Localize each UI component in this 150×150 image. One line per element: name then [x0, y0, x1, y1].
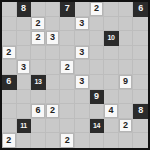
cell-r6-c3[interactable] [46, 90, 61, 105]
cell-r3-c7[interactable] [104, 46, 119, 61]
clue-dark-11-r8-c1[interactable]: 11 [17, 119, 32, 134]
clue-white-2-r7-c3[interactable]: 2 [46, 104, 61, 119]
cell-r5-c6[interactable] [90, 75, 105, 90]
cell-r9-c8[interactable] [119, 133, 134, 148]
cell-r1-c0[interactable] [2, 17, 17, 32]
cell-r1-c3[interactable] [46, 17, 61, 32]
cell-r7-c0[interactable] [2, 104, 17, 119]
cell-r9-c3[interactable] [46, 133, 61, 148]
cell-r3-c2[interactable] [31, 46, 46, 61]
cell-r3-c3[interactable] [46, 46, 61, 61]
cell-r7-c5[interactable] [75, 104, 90, 119]
cell-r0-c0[interactable] [2, 2, 17, 17]
clue-white-9-r5-c8[interactable]: 9 [119, 75, 134, 90]
cell-r6-c9[interactable] [133, 90, 148, 105]
cell-r5-c4[interactable] [60, 75, 75, 90]
cell-r6-c5[interactable] [75, 90, 90, 105]
cell-r0-c5[interactable] [75, 2, 90, 17]
cell-r2-c4[interactable] [60, 31, 75, 46]
clue-white-2-r9-c4[interactable]: 2 [60, 133, 75, 148]
clue-dark-6-r5-c0[interactable]: 6 [2, 75, 17, 90]
clue-white-2-r0-c6[interactable]: 2 [90, 2, 105, 17]
clue-white-3-r1-c5[interactable]: 3 [75, 17, 90, 32]
clue-white-3-r4-c1[interactable]: 3 [17, 60, 32, 75]
cell-r1-c4[interactable] [60, 17, 75, 32]
cell-r8-c5[interactable] [75, 119, 90, 134]
cell-r4-c6[interactable] [90, 60, 105, 75]
cell-r0-c3[interactable] [46, 2, 61, 17]
cell-r0-c7[interactable] [104, 2, 119, 17]
clue-dark-8-r7-c9[interactable]: 8 [133, 104, 148, 119]
cell-r8-c9[interactable] [133, 119, 148, 134]
puzzle-board: 8726232310233261339962481114222 [0, 0, 150, 150]
clue-white-3-r3-c5[interactable]: 3 [75, 46, 90, 61]
cell-r2-c0[interactable] [2, 31, 17, 46]
cell-r8-c7[interactable] [104, 119, 119, 134]
cell-r3-c8[interactable] [119, 46, 134, 61]
cell-r2-c9[interactable] [133, 31, 148, 46]
cell-r6-c2[interactable] [31, 90, 46, 105]
cell-r8-c2[interactable] [31, 119, 46, 134]
cell-r9-c1[interactable] [17, 133, 32, 148]
cell-r4-c2[interactable] [31, 60, 46, 75]
cell-r4-c3[interactable] [46, 60, 61, 75]
clue-white-3-r2-c3[interactable]: 3 [46, 31, 61, 46]
cell-r5-c9[interactable] [133, 75, 148, 90]
cell-r1-c8[interactable] [119, 17, 134, 32]
cell-r4-c8[interactable] [119, 60, 134, 75]
cell-r4-c7[interactable] [104, 60, 119, 75]
clue-white-2-r1-c2[interactable]: 2 [31, 17, 46, 32]
clue-dark-7-r0-c4[interactable]: 7 [60, 2, 75, 17]
cell-r9-c7[interactable] [104, 133, 119, 148]
cell-r7-c1[interactable] [17, 104, 32, 119]
clue-white-2-r9-c0[interactable]: 2 [2, 133, 17, 148]
cell-r6-c1[interactable] [17, 90, 32, 105]
cell-r1-c7[interactable] [104, 17, 119, 32]
cell-r3-c4[interactable] [60, 46, 75, 61]
cell-r4-c0[interactable] [2, 60, 17, 75]
clue-white-2-r3-c0[interactable]: 2 [2, 46, 17, 61]
cell-r5-c1[interactable] [17, 75, 32, 90]
cell-r3-c1[interactable] [17, 46, 32, 61]
cell-r2-c1[interactable] [17, 31, 32, 46]
clue-dark-14-r8-c6[interactable]: 14 [90, 119, 105, 134]
cell-r5-c3[interactable] [46, 75, 61, 90]
puzzle-screenshot: 8726232310233261339962481114222 [0, 0, 150, 150]
cell-r2-c8[interactable] [119, 31, 134, 46]
cell-r0-c2[interactable] [31, 2, 46, 17]
clue-dark-6-r0-c9[interactable]: 6 [133, 2, 148, 17]
cell-r9-c5[interactable] [75, 133, 90, 148]
cell-r7-c4[interactable] [60, 104, 75, 119]
cell-r1-c6[interactable] [90, 17, 105, 32]
cell-r0-c8[interactable] [119, 2, 134, 17]
clue-dark-13-r5-c2[interactable]: 13 [31, 75, 46, 90]
clue-white-2-r2-c2[interactable]: 2 [31, 31, 46, 46]
cell-r9-c2[interactable] [31, 133, 46, 148]
cell-r3-c6[interactable] [90, 46, 105, 61]
cell-r4-c5[interactable] [75, 60, 90, 75]
cell-r6-c7[interactable] [104, 90, 119, 105]
cell-r7-c8[interactable] [119, 104, 134, 119]
cell-r7-c6[interactable] [90, 104, 105, 119]
clue-dark-8-r0-c1[interactable]: 8 [17, 2, 32, 17]
clue-white-4-r7-c7[interactable]: 4 [104, 104, 119, 119]
clue-white-2-r4-c4[interactable]: 2 [60, 60, 75, 75]
cell-r4-c9[interactable] [133, 60, 148, 75]
clue-white-3-r5-c5[interactable]: 3 [75, 75, 90, 90]
cell-r2-c6[interactable] [90, 31, 105, 46]
cell-r8-c4[interactable] [60, 119, 75, 134]
cell-r1-c1[interactable] [17, 17, 32, 32]
cell-r6-c8[interactable] [119, 90, 134, 105]
cell-r8-c0[interactable] [2, 119, 17, 134]
clue-white-6-r7-c2[interactable]: 6 [31, 104, 46, 119]
clue-dark-10-r2-c7[interactable]: 10 [104, 31, 119, 46]
cell-r9-c6[interactable] [90, 133, 105, 148]
cell-r1-c9[interactable] [133, 17, 148, 32]
cell-r3-c9[interactable] [133, 46, 148, 61]
cell-r9-c9[interactable] [133, 133, 148, 148]
cell-r2-c5[interactable] [75, 31, 90, 46]
clue-dark-9-r6-c6[interactable]: 9 [90, 90, 105, 105]
cell-r5-c7[interactable] [104, 75, 119, 90]
cell-r6-c4[interactable] [60, 90, 75, 105]
cell-r8-c3[interactable] [46, 119, 61, 134]
cell-r6-c0[interactable] [2, 90, 17, 105]
clue-white-2-r8-c8[interactable]: 2 [119, 119, 134, 134]
